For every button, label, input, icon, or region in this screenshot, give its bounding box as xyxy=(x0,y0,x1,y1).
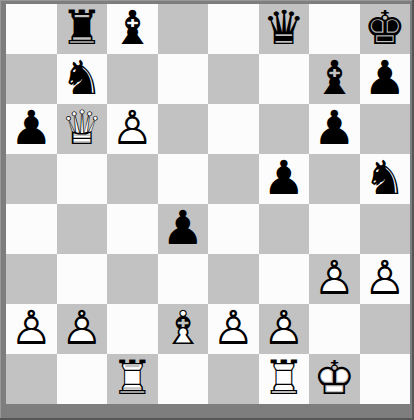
square-b2[interactable]: ♟♙ xyxy=(57,304,108,354)
white-queen[interactable]: ♛♕ xyxy=(57,104,108,154)
white-pawn-outline-glyph: ♙ xyxy=(263,304,305,351)
white-rook-outline-glyph: ♖ xyxy=(263,354,305,401)
chess-diagram-frame: ♜♝♛♚♞♝♟♟♛♕♟♙♟♟♞♟♟♙♟♙♟♙♟♙♝♗♟♙♟♙♜♖♜♖♚♔ xyxy=(0,0,414,420)
square-e5[interactable] xyxy=(208,154,259,204)
square-d4[interactable]: ♟ xyxy=(158,204,209,254)
square-e6[interactable] xyxy=(208,104,259,154)
square-c1[interactable]: ♜♖ xyxy=(107,354,158,404)
white-pawn-outline-glyph: ♙ xyxy=(364,254,406,301)
black-rook-glyph: ♜ xyxy=(61,4,103,51)
square-d2[interactable]: ♝♗ xyxy=(158,304,209,354)
chess-board: ♜♝♛♚♞♝♟♟♛♕♟♙♟♟♞♟♟♙♟♙♟♙♟♙♝♗♟♙♟♙♜♖♜♖♚♔ xyxy=(6,4,410,404)
white-king[interactable]: ♚♔ xyxy=(309,354,360,404)
black-rook[interactable]: ♜ xyxy=(57,4,108,54)
square-c7[interactable] xyxy=(107,54,158,104)
square-b5[interactable] xyxy=(57,154,108,204)
white-pawn[interactable]: ♟♙ xyxy=(360,254,411,304)
square-c2[interactable] xyxy=(107,304,158,354)
white-pawn-outline-glyph: ♙ xyxy=(61,304,103,351)
black-pawn[interactable]: ♟ xyxy=(6,104,57,154)
square-a1[interactable] xyxy=(6,354,57,404)
white-pawn[interactable]: ♟♙ xyxy=(6,304,57,354)
square-b3[interactable] xyxy=(57,254,108,304)
white-king-outline-glyph: ♔ xyxy=(313,354,355,401)
square-e4[interactable] xyxy=(208,204,259,254)
square-f6[interactable] xyxy=(259,104,310,154)
white-pawn-outline-glyph: ♙ xyxy=(10,304,52,351)
square-d1[interactable] xyxy=(158,354,209,404)
black-pawn-glyph: ♟ xyxy=(364,54,406,101)
black-pawn-glyph: ♟ xyxy=(313,104,355,151)
black-king[interactable]: ♚ xyxy=(360,4,411,54)
square-f2[interactable]: ♟♙ xyxy=(259,304,310,354)
white-pawn[interactable]: ♟♙ xyxy=(57,304,108,354)
square-c3[interactable] xyxy=(107,254,158,304)
square-e2[interactable]: ♟♙ xyxy=(208,304,259,354)
square-g7[interactable]: ♝ xyxy=(309,54,360,104)
square-d6[interactable] xyxy=(158,104,209,154)
black-bishop[interactable]: ♝ xyxy=(107,4,158,54)
black-king-glyph: ♚ xyxy=(364,4,406,51)
white-bishop-outline-glyph: ♗ xyxy=(162,304,204,351)
square-g5[interactable] xyxy=(309,154,360,204)
square-c8[interactable]: ♝ xyxy=(107,4,158,54)
square-c4[interactable] xyxy=(107,204,158,254)
square-h8[interactable]: ♚ xyxy=(360,4,411,54)
square-d7[interactable] xyxy=(158,54,209,104)
square-f7[interactable] xyxy=(259,54,310,104)
square-f8[interactable]: ♛ xyxy=(259,4,310,54)
square-f3[interactable] xyxy=(259,254,310,304)
black-knight[interactable]: ♞ xyxy=(57,54,108,104)
black-pawn[interactable]: ♟ xyxy=(259,154,310,204)
square-d5[interactable] xyxy=(158,154,209,204)
white-pawn-outline-glyph: ♙ xyxy=(111,104,153,151)
black-queen[interactable]: ♛ xyxy=(259,4,310,54)
square-a6[interactable]: ♟ xyxy=(6,104,57,154)
black-pawn-glyph: ♟ xyxy=(263,154,305,201)
square-g1[interactable]: ♚♔ xyxy=(309,354,360,404)
square-c5[interactable] xyxy=(107,154,158,204)
white-pawn-outline-glyph: ♙ xyxy=(212,304,254,351)
black-bishop-glyph: ♝ xyxy=(313,54,355,101)
square-e8[interactable] xyxy=(208,4,259,54)
square-h2[interactable] xyxy=(360,304,411,354)
black-knight[interactable]: ♞ xyxy=(360,154,411,204)
black-queen-glyph: ♛ xyxy=(263,4,305,51)
square-h5[interactable]: ♞ xyxy=(360,154,411,204)
white-pawn[interactable]: ♟♙ xyxy=(259,304,310,354)
black-pawn[interactable]: ♟ xyxy=(309,104,360,154)
white-rook[interactable]: ♜♖ xyxy=(259,354,310,404)
square-a5[interactable] xyxy=(6,154,57,204)
square-e3[interactable] xyxy=(208,254,259,304)
square-d3[interactable] xyxy=(158,254,209,304)
square-g2[interactable] xyxy=(309,304,360,354)
square-g6[interactable]: ♟ xyxy=(309,104,360,154)
square-a8[interactable] xyxy=(6,4,57,54)
black-pawn-glyph: ♟ xyxy=(162,204,204,251)
square-a3[interactable] xyxy=(6,254,57,304)
square-e1[interactable] xyxy=(208,354,259,404)
white-rook-outline-glyph: ♖ xyxy=(111,354,153,401)
square-b4[interactable] xyxy=(57,204,108,254)
square-d8[interactable] xyxy=(158,4,209,54)
square-f5[interactable]: ♟ xyxy=(259,154,310,204)
square-f1[interactable]: ♜♖ xyxy=(259,354,310,404)
black-bishop-glyph: ♝ xyxy=(111,4,153,51)
square-b7[interactable]: ♞ xyxy=(57,54,108,104)
square-h3[interactable]: ♟♙ xyxy=(360,254,411,304)
white-bishop[interactable]: ♝♗ xyxy=(158,304,209,354)
black-knight-glyph: ♞ xyxy=(61,54,103,101)
square-a2[interactable]: ♟♙ xyxy=(6,304,57,354)
square-f4[interactable] xyxy=(259,204,310,254)
square-b1[interactable] xyxy=(57,354,108,404)
square-c6[interactable]: ♟♙ xyxy=(107,104,158,154)
black-bishop[interactable]: ♝ xyxy=(309,54,360,104)
white-rook[interactable]: ♜♖ xyxy=(107,354,158,404)
square-h1[interactable] xyxy=(360,354,411,404)
square-b6[interactable]: ♛♕ xyxy=(57,104,108,154)
square-h7[interactable]: ♟ xyxy=(360,54,411,104)
black-pawn[interactable]: ♟ xyxy=(158,204,209,254)
square-h4[interactable] xyxy=(360,204,411,254)
square-h6[interactable] xyxy=(360,104,411,154)
black-knight-glyph: ♞ xyxy=(364,154,406,201)
white-pawn[interactable]: ♟♙ xyxy=(107,104,158,154)
square-a4[interactable] xyxy=(6,204,57,254)
square-g8[interactable] xyxy=(309,4,360,54)
white-queen-outline-glyph: ♕ xyxy=(61,104,103,151)
square-a7[interactable] xyxy=(6,54,57,104)
black-pawn[interactable]: ♟ xyxy=(360,54,411,104)
white-pawn-outline-glyph: ♙ xyxy=(313,254,355,301)
square-b8[interactable]: ♜ xyxy=(57,4,108,54)
square-g3[interactable]: ♟♙ xyxy=(309,254,360,304)
square-e7[interactable] xyxy=(208,54,259,104)
black-pawn-glyph: ♟ xyxy=(10,104,52,151)
white-pawn[interactable]: ♟♙ xyxy=(309,254,360,304)
white-pawn[interactable]: ♟♙ xyxy=(208,304,259,354)
square-g4[interactable] xyxy=(309,204,360,254)
